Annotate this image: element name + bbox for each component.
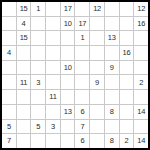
cell-r2c10-clue[interactable]: 16 xyxy=(134,17,148,31)
cell-r1c7-clue[interactable]: 12 xyxy=(90,2,104,16)
cell-r9c6-clue[interactable]: 7 xyxy=(75,120,89,134)
cell-r6c6[interactable] xyxy=(75,75,89,89)
cell-r9c8[interactable] xyxy=(105,120,119,134)
cell-r2c7[interactable] xyxy=(90,17,104,31)
cell-r4c8[interactable] xyxy=(105,46,119,60)
cell-r8c9[interactable] xyxy=(120,105,134,119)
cell-r9c3-clue[interactable]: 5 xyxy=(31,120,45,134)
cell-r7c4-clue[interactable]: 11 xyxy=(46,90,60,104)
cell-r5c9[interactable] xyxy=(120,61,134,75)
cell-r6c8[interactable] xyxy=(105,75,119,89)
cell-r10c10-clue[interactable]: 14 xyxy=(134,134,148,148)
cell-r5c7[interactable] xyxy=(90,61,104,75)
cell-r9c10[interactable] xyxy=(134,120,148,134)
cell-r1c9[interactable] xyxy=(120,2,134,16)
cell-r3c7[interactable] xyxy=(90,31,104,45)
cell-r9c7[interactable] xyxy=(90,120,104,134)
cell-r6c4[interactable] xyxy=(46,75,60,89)
cell-r1c6[interactable] xyxy=(75,2,89,16)
cell-r1c5-clue[interactable]: 17 xyxy=(61,2,75,16)
cell-r6c7-clue[interactable]: 9 xyxy=(90,75,104,89)
cell-r4c6[interactable] xyxy=(75,46,89,60)
cell-r10c9-clue[interactable]: 2 xyxy=(120,134,134,148)
cell-r1c8[interactable] xyxy=(105,2,119,16)
cell-r3c8-clue[interactable]: 13 xyxy=(105,31,119,45)
cell-r8c1[interactable] xyxy=(2,105,16,119)
cell-r1c1[interactable] xyxy=(2,2,16,16)
cell-r1c4[interactable] xyxy=(46,2,60,16)
cell-r4c4[interactable] xyxy=(46,46,60,60)
cell-r3c9[interactable] xyxy=(120,31,134,45)
cell-r7c6[interactable] xyxy=(75,90,89,104)
cell-r2c2-clue[interactable]: 4 xyxy=(17,17,31,31)
cell-r7c1[interactable] xyxy=(2,90,16,104)
cell-r9c2[interactable] xyxy=(17,120,31,134)
cell-r9c4-clue[interactable]: 3 xyxy=(46,120,60,134)
cell-r7c3[interactable] xyxy=(31,90,45,104)
cell-r3c5[interactable] xyxy=(61,31,75,45)
cell-r5c5-clue[interactable]: 10 xyxy=(61,61,75,75)
cell-r6c9[interactable] xyxy=(120,75,134,89)
cell-r1c3-clue[interactable]: 1 xyxy=(31,2,45,16)
cell-r5c10[interactable] xyxy=(134,61,148,75)
cell-r10c2[interactable] xyxy=(17,134,31,148)
cell-r8c2[interactable] xyxy=(17,105,31,119)
cell-r8c4[interactable] xyxy=(46,105,60,119)
cell-r2c8[interactable] xyxy=(105,17,119,31)
cell-r8c5-clue[interactable]: 13 xyxy=(61,105,75,119)
cell-r7c9[interactable] xyxy=(120,90,134,104)
cell-r3c2-clue[interactable]: 15 xyxy=(17,31,31,45)
cell-r9c1-clue[interactable]: 5 xyxy=(2,120,16,134)
cell-r1c10-clue[interactable]: 12 xyxy=(134,2,148,16)
cell-r6c2-clue[interactable]: 11 xyxy=(17,75,31,89)
cell-r5c3[interactable] xyxy=(31,61,45,75)
cell-r8c8-clue[interactable]: 8 xyxy=(105,105,119,119)
cell-r8c6-clue[interactable]: 6 xyxy=(75,105,89,119)
cell-r9c9[interactable] xyxy=(120,120,134,134)
cell-r7c2[interactable] xyxy=(17,90,31,104)
numberlink-board: 1511712124101716151134161091139211136814… xyxy=(0,0,150,150)
cell-r8c10-clue[interactable]: 14 xyxy=(134,105,148,119)
cell-r10c3[interactable] xyxy=(31,134,45,148)
cell-r7c5[interactable] xyxy=(61,90,75,104)
cell-r10c8-clue[interactable]: 8 xyxy=(105,134,119,148)
cell-r6c3-clue[interactable]: 3 xyxy=(31,75,45,89)
cell-r4c1-clue[interactable]: 4 xyxy=(2,46,16,60)
cell-r8c3[interactable] xyxy=(31,105,45,119)
cell-r8c7[interactable] xyxy=(90,105,104,119)
cell-r6c5[interactable] xyxy=(61,75,75,89)
cell-r10c1-clue[interactable]: 7 xyxy=(2,134,16,148)
cell-r6c10-clue[interactable]: 2 xyxy=(134,75,148,89)
cell-r2c9[interactable] xyxy=(120,17,134,31)
cell-r5c2[interactable] xyxy=(17,61,31,75)
cell-r1c2-clue[interactable]: 15 xyxy=(17,2,31,16)
cell-r5c1[interactable] xyxy=(2,61,16,75)
cell-r5c4[interactable] xyxy=(46,61,60,75)
cell-r4c9-clue[interactable]: 16 xyxy=(120,46,134,60)
cell-r7c8[interactable] xyxy=(105,90,119,104)
cell-r7c10[interactable] xyxy=(134,90,148,104)
cell-r3c10[interactable] xyxy=(134,31,148,45)
cell-r4c7[interactable] xyxy=(90,46,104,60)
cell-r10c7[interactable] xyxy=(90,134,104,148)
cell-r5c8-clue[interactable]: 9 xyxy=(105,61,119,75)
cell-r10c5[interactable] xyxy=(61,134,75,148)
cell-r3c4[interactable] xyxy=(46,31,60,45)
cell-r3c3[interactable] xyxy=(31,31,45,45)
cell-r10c6-clue[interactable]: 6 xyxy=(75,134,89,148)
cell-r4c5[interactable] xyxy=(61,46,75,60)
cell-r2c5-clue[interactable]: 10 xyxy=(61,17,75,31)
cell-r2c4[interactable] xyxy=(46,17,60,31)
cell-r2c3[interactable] xyxy=(31,17,45,31)
cell-r4c2[interactable] xyxy=(17,46,31,60)
cell-r2c1[interactable] xyxy=(2,17,16,31)
cell-r3c6-clue[interactable]: 1 xyxy=(75,31,89,45)
cell-r4c3[interactable] xyxy=(31,46,45,60)
cell-r10c4[interactable] xyxy=(46,134,60,148)
cell-r7c7[interactable] xyxy=(90,90,104,104)
cell-r6c1[interactable] xyxy=(2,75,16,89)
cell-r4c10[interactable] xyxy=(134,46,148,60)
cell-r5c6[interactable] xyxy=(75,61,89,75)
cell-r9c5[interactable] xyxy=(61,120,75,134)
cell-r3c1[interactable] xyxy=(2,31,16,45)
cell-r2c6-clue[interactable]: 17 xyxy=(75,17,89,31)
